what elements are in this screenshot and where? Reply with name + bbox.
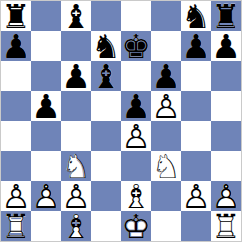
square-d4[interactable] <box>91 121 121 151</box>
square-h2[interactable]: ♟♙ <box>211 181 241 211</box>
piece-outline-layer: ♟ <box>181 31 211 61</box>
piece-fill-layer: ♝ <box>61 211 91 241</box>
piece-outline-layer: ♖ <box>211 211 241 241</box>
square-e7[interactable]: ♔♚ <box>121 31 151 61</box>
square-d2[interactable] <box>91 181 121 211</box>
piece-white-rook: ♜♖ <box>1 211 31 241</box>
piece-outline-layer: ♝ <box>91 61 121 91</box>
square-c5[interactable] <box>61 91 91 121</box>
square-g4[interactable] <box>181 121 211 151</box>
piece-white-pawn: ♟♙ <box>1 181 31 211</box>
square-d5[interactable] <box>91 91 121 121</box>
square-h1[interactable]: ♜♖ <box>211 211 241 241</box>
square-g2[interactable]: ♟♙ <box>181 181 211 211</box>
piece-outline-layer: ♙ <box>1 181 31 211</box>
piece-outline-layer: ♟ <box>151 61 181 91</box>
piece-outline-layer: ♝ <box>61 1 91 31</box>
square-c4[interactable] <box>61 121 91 151</box>
square-b1[interactable] <box>31 211 61 241</box>
piece-white-pawn: ♟♙ <box>211 181 241 211</box>
square-g5[interactable] <box>181 91 211 121</box>
square-e3[interactable] <box>121 151 151 181</box>
piece-outline-layer: ♙ <box>181 181 211 211</box>
piece-fill-layer: ♝ <box>121 181 151 211</box>
piece-white-king: ♚♔ <box>121 211 151 241</box>
piece-fill-layer: ♙ <box>121 91 151 121</box>
piece-white-pawn: ♟♙ <box>121 121 151 151</box>
square-f5[interactable]: ♟♙ <box>151 91 181 121</box>
piece-outline-layer: ♟ <box>61 61 91 91</box>
piece-white-pawn: ♟♙ <box>151 91 181 121</box>
piece-fill-layer: ♟ <box>151 91 181 121</box>
piece-fill-layer: ♖ <box>1 1 31 31</box>
square-e6[interactable] <box>121 61 151 91</box>
piece-white-knight: ♞♘ <box>61 151 91 181</box>
piece-outline-layer: ♘ <box>61 151 91 181</box>
piece-outline-layer: ♙ <box>61 181 91 211</box>
piece-black-bishop: ♗♝ <box>91 61 121 91</box>
square-h5[interactable] <box>211 91 241 121</box>
piece-outline-layer: ♟ <box>31 91 61 121</box>
piece-outline-layer: ♟ <box>121 91 151 121</box>
square-g1[interactable] <box>181 211 211 241</box>
square-d1[interactable] <box>91 211 121 241</box>
piece-fill-layer: ♜ <box>1 211 31 241</box>
square-c7[interactable] <box>61 31 91 61</box>
square-e4[interactable]: ♟♙ <box>121 121 151 151</box>
square-b5[interactable]: ♙♟ <box>31 91 61 121</box>
piece-fill-layer: ♗ <box>61 1 91 31</box>
square-a3[interactable] <box>1 151 31 181</box>
piece-fill-layer: ♟ <box>1 181 31 211</box>
piece-fill-layer: ♟ <box>121 121 151 151</box>
piece-white-rook: ♜♖ <box>211 211 241 241</box>
square-d8[interactable] <box>91 1 121 31</box>
square-a4[interactable] <box>1 121 31 151</box>
square-h7[interactable]: ♙♟ <box>211 31 241 61</box>
square-g6[interactable] <box>181 61 211 91</box>
piece-black-pawn: ♙♟ <box>151 61 181 91</box>
piece-outline-layer: ♟ <box>211 31 241 61</box>
square-f2[interactable] <box>151 181 181 211</box>
piece-fill-layer: ♞ <box>151 151 181 181</box>
square-e5[interactable]: ♙♟ <box>121 91 151 121</box>
square-b7[interactable] <box>31 31 61 61</box>
piece-outline-layer: ♙ <box>151 91 181 121</box>
piece-outline-layer: ♖ <box>1 211 31 241</box>
piece-black-king: ♔♚ <box>121 31 151 61</box>
square-e1[interactable]: ♚♔ <box>121 211 151 241</box>
square-a8[interactable]: ♖♜ <box>1 1 31 31</box>
piece-white-pawn: ♟♙ <box>181 181 211 211</box>
piece-outline-layer: ♙ <box>121 121 151 151</box>
square-e8[interactable] <box>121 1 151 31</box>
piece-outline-layer: ♜ <box>1 1 31 31</box>
piece-fill-layer: ♖ <box>211 1 241 31</box>
piece-black-pawn: ♙♟ <box>61 61 91 91</box>
square-b4[interactable] <box>31 121 61 151</box>
square-a6[interactable] <box>1 61 31 91</box>
square-c2[interactable]: ♟♙ <box>61 181 91 211</box>
piece-white-bishop: ♝♗ <box>61 211 91 241</box>
piece-outline-layer: ♗ <box>121 181 151 211</box>
piece-black-pawn: ♙♟ <box>121 91 151 121</box>
piece-fill-layer: ♘ <box>91 31 121 61</box>
piece-outline-layer: ♟ <box>1 31 31 61</box>
piece-fill-layer: ♜ <box>211 211 241 241</box>
piece-fill-layer: ♙ <box>61 61 91 91</box>
square-d7[interactable]: ♘♞ <box>91 31 121 61</box>
piece-outline-layer: ♙ <box>31 181 61 211</box>
piece-white-bishop: ♝♗ <box>121 181 151 211</box>
piece-fill-layer: ♞ <box>61 151 91 181</box>
piece-outline-layer: ♞ <box>91 31 121 61</box>
piece-fill-layer: ♘ <box>181 1 211 31</box>
piece-white-knight: ♞♘ <box>151 151 181 181</box>
square-h6[interactable] <box>211 61 241 91</box>
square-a7[interactable]: ♙♟ <box>1 31 31 61</box>
square-h8[interactable]: ♖♜ <box>211 1 241 31</box>
chess-board: ♖♜♗♝♘♞♖♜♙♟♘♞♔♚♙♟♙♟♙♟♗♝♙♟♙♟♙♟♟♙♟♙♞♘♞♘♟♙♟♙… <box>0 0 242 242</box>
piece-fill-layer: ♙ <box>31 91 61 121</box>
piece-black-pawn: ♙♟ <box>31 91 61 121</box>
piece-fill-layer: ♚ <box>121 211 151 241</box>
piece-outline-layer: ♜ <box>211 1 241 31</box>
piece-white-pawn: ♟♙ <box>61 181 91 211</box>
square-f1[interactable] <box>151 211 181 241</box>
piece-outline-layer: ♗ <box>61 211 91 241</box>
square-f6[interactable]: ♙♟ <box>151 61 181 91</box>
piece-outline-layer: ♘ <box>151 151 181 181</box>
square-b2[interactable]: ♟♙ <box>31 181 61 211</box>
square-a2[interactable]: ♟♙ <box>1 181 31 211</box>
square-g3[interactable] <box>181 151 211 181</box>
piece-white-pawn: ♟♙ <box>31 181 61 211</box>
piece-fill-layer: ♙ <box>211 31 241 61</box>
piece-outline-layer: ♚ <box>121 31 151 61</box>
piece-outline-layer: ♙ <box>211 181 241 211</box>
square-g8[interactable]: ♘♞ <box>181 1 211 31</box>
square-d6[interactable]: ♗♝ <box>91 61 121 91</box>
square-f7[interactable] <box>151 31 181 61</box>
square-b6[interactable] <box>31 61 61 91</box>
square-g7[interactable]: ♙♟ <box>181 31 211 61</box>
square-h3[interactable] <box>211 151 241 181</box>
square-e2[interactable]: ♝♗ <box>121 181 151 211</box>
square-c6[interactable]: ♙♟ <box>61 61 91 91</box>
piece-fill-layer: ♟ <box>211 181 241 211</box>
piece-black-pawn: ♙♟ <box>181 31 211 61</box>
piece-fill-layer: ♗ <box>91 61 121 91</box>
square-f4[interactable] <box>151 121 181 151</box>
piece-black-rook: ♖♜ <box>1 1 31 31</box>
square-f8[interactable] <box>151 1 181 31</box>
square-c8[interactable]: ♗♝ <box>61 1 91 31</box>
piece-black-pawn: ♙♟ <box>1 31 31 61</box>
piece-outline-layer: ♞ <box>181 1 211 31</box>
piece-black-bishop: ♗♝ <box>61 1 91 31</box>
piece-fill-layer: ♟ <box>181 181 211 211</box>
square-f3[interactable]: ♞♘ <box>151 151 181 181</box>
square-a1[interactable]: ♜♖ <box>1 211 31 241</box>
piece-fill-layer: ♟ <box>31 181 61 211</box>
square-a5[interactable] <box>1 91 31 121</box>
square-b8[interactable] <box>31 1 61 31</box>
square-h4[interactable] <box>211 121 241 151</box>
piece-black-knight: ♘♞ <box>181 1 211 31</box>
piece-black-rook: ♖♜ <box>211 1 241 31</box>
piece-black-knight: ♘♞ <box>91 31 121 61</box>
square-c1[interactable]: ♝♗ <box>61 211 91 241</box>
piece-fill-layer: ♙ <box>151 61 181 91</box>
square-b3[interactable] <box>31 151 61 181</box>
square-c3[interactable]: ♞♘ <box>61 151 91 181</box>
piece-fill-layer: ♙ <box>1 31 31 61</box>
square-d3[interactable] <box>91 151 121 181</box>
piece-fill-layer: ♔ <box>121 31 151 61</box>
piece-black-pawn: ♙♟ <box>211 31 241 61</box>
piece-outline-layer: ♔ <box>121 211 151 241</box>
piece-fill-layer: ♟ <box>61 181 91 211</box>
piece-fill-layer: ♙ <box>181 31 211 61</box>
